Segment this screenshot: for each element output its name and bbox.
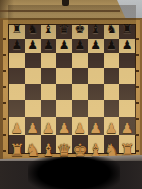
square-d8[interactable]: ♛ (56, 25, 72, 39)
piece-white-queen[interactable]: ♛ (57, 142, 72, 159)
square-g4[interactable] (104, 84, 120, 100)
piece-white-pawn[interactable]: ♟ (26, 121, 39, 135)
square-f3[interactable] (88, 100, 104, 117)
square-h7[interactable]: ♟ (119, 39, 135, 53)
square-a2[interactable]: ♟ (9, 117, 25, 135)
chess-board[interactable]: ♜♞♝♛♚♝♞♜♟♟♟♟♟♟♟♟♟♟♟♟♟♟♟♟♜♞♝♛♚♝♞♜ (8, 24, 136, 154)
piece-white-bishop[interactable]: ♝ (41, 142, 56, 159)
square-f7[interactable]: ♟ (88, 39, 104, 53)
piece-white-knight[interactable]: ♞ (25, 142, 40, 159)
square-h1[interactable]: ♜ (119, 135, 135, 153)
square-h2[interactable]: ♟ (119, 117, 135, 135)
square-d7[interactable]: ♟ (56, 39, 72, 53)
piece-black-rook[interactable]: ♜ (122, 23, 133, 35)
square-b7[interactable]: ♟ (25, 39, 41, 53)
square-e6[interactable] (72, 53, 88, 68)
board-frame: ♜♞♝♛♚♝♞♜♟♟♟♟♟♟♟♟♟♟♟♟♟♟♟♟♜♞♝♛♚♝♞♜ (0, 18, 142, 161)
piece-white-pawn[interactable]: ♟ (42, 121, 55, 135)
piece-white-pawn[interactable]: ♟ (89, 121, 102, 135)
square-h4[interactable] (119, 84, 135, 100)
chess-set-photo: ♜♞♝♛♚♝♞♜♟♟♟♟♟♟♟♟♟♟♟♟♟♟♟♟♜♞♝♛♚♝♞♜ (0, 0, 142, 189)
square-e8[interactable]: ♚ (72, 25, 88, 39)
piece-black-king[interactable]: ♚ (74, 23, 85, 35)
square-c2[interactable]: ♟ (41, 117, 57, 135)
piece-black-knight[interactable]: ♞ (106, 23, 117, 35)
square-b5[interactable] (25, 68, 41, 84)
square-a1[interactable]: ♜ (9, 135, 25, 153)
square-a8[interactable]: ♜ (9, 25, 25, 39)
piece-white-pawn[interactable]: ♟ (11, 121, 24, 135)
square-c5[interactable] (41, 68, 57, 84)
piece-white-pawn[interactable]: ♟ (74, 121, 87, 135)
board-shadow (28, 157, 120, 189)
square-d1[interactable]: ♛ (56, 135, 72, 153)
square-g2[interactable]: ♟ (104, 117, 120, 135)
square-g6[interactable] (104, 53, 120, 68)
square-e2[interactable]: ♟ (72, 117, 88, 135)
square-a3[interactable] (9, 100, 25, 117)
frame-right-edge (140, 19, 142, 161)
dark-floor (0, 161, 142, 189)
piece-black-pawn[interactable]: ♟ (90, 39, 101, 51)
square-h8[interactable]: ♜ (119, 25, 135, 39)
square-b6[interactable] (25, 53, 41, 68)
piece-black-pawn[interactable]: ♟ (106, 39, 117, 51)
piece-black-pawn[interactable]: ♟ (74, 39, 85, 51)
piece-black-pawn[interactable]: ♟ (43, 39, 54, 51)
square-a7[interactable]: ♟ (9, 39, 25, 53)
square-f6[interactable] (88, 53, 104, 68)
square-c8[interactable]: ♝ (41, 25, 57, 39)
square-d4[interactable] (56, 84, 72, 100)
piece-black-pawn[interactable]: ♟ (122, 39, 133, 51)
square-d3[interactable] (56, 100, 72, 117)
square-b2[interactable]: ♟ (25, 117, 41, 135)
square-e7[interactable]: ♟ (72, 39, 88, 53)
square-c4[interactable] (41, 84, 57, 100)
square-e1[interactable]: ♚ (72, 135, 88, 153)
square-f4[interactable] (88, 84, 104, 100)
square-a6[interactable] (9, 53, 25, 68)
square-b4[interactable] (25, 84, 41, 100)
square-e5[interactable] (72, 68, 88, 84)
square-e3[interactable] (72, 100, 88, 117)
square-h3[interactable] (119, 100, 135, 117)
square-b3[interactable] (25, 100, 41, 117)
square-f1[interactable]: ♝ (88, 135, 104, 153)
piece-white-rook[interactable]: ♜ (9, 142, 24, 159)
square-g5[interactable] (104, 68, 120, 84)
square-c1[interactable]: ♝ (41, 135, 57, 153)
piece-white-pawn[interactable]: ♟ (105, 121, 118, 135)
box-clasp (62, 0, 69, 6)
piece-black-rook[interactable]: ♜ (11, 23, 22, 35)
square-h6[interactable] (119, 53, 135, 68)
square-a4[interactable] (9, 84, 25, 100)
piece-black-queen[interactable]: ♛ (59, 23, 70, 35)
square-c6[interactable] (41, 53, 57, 68)
piece-white-pawn[interactable]: ♟ (121, 121, 134, 135)
square-c3[interactable] (41, 100, 57, 117)
piece-black-pawn[interactable]: ♟ (59, 39, 70, 51)
piece-black-bishop[interactable]: ♝ (43, 23, 54, 35)
square-f2[interactable]: ♟ (88, 117, 104, 135)
square-f5[interactable] (88, 68, 104, 84)
square-g1[interactable]: ♞ (104, 135, 120, 153)
square-g3[interactable] (104, 100, 120, 117)
piece-black-pawn[interactable]: ♟ (11, 39, 22, 51)
square-d5[interactable] (56, 68, 72, 84)
piece-black-pawn[interactable]: ♟ (27, 39, 38, 51)
square-c7[interactable]: ♟ (41, 39, 57, 53)
square-g7[interactable]: ♟ (104, 39, 120, 53)
square-a5[interactable] (9, 68, 25, 84)
piece-black-bishop[interactable]: ♝ (90, 23, 101, 35)
piece-black-knight[interactable]: ♞ (27, 23, 38, 35)
square-f8[interactable]: ♝ (88, 25, 104, 39)
piece-white-pawn[interactable]: ♟ (58, 121, 71, 135)
square-e4[interactable] (72, 84, 88, 100)
box-hinge-seam (0, 10, 120, 12)
square-h5[interactable] (119, 68, 135, 84)
frame-rank-ticks-left (3, 27, 6, 155)
square-b1[interactable]: ♞ (25, 135, 41, 153)
square-d6[interactable] (56, 53, 72, 68)
square-b8[interactable]: ♞ (25, 25, 41, 39)
square-d2[interactable]: ♟ (56, 117, 72, 135)
frame-rank-ticks-right (136, 27, 139, 155)
square-g8[interactable]: ♞ (104, 25, 120, 39)
